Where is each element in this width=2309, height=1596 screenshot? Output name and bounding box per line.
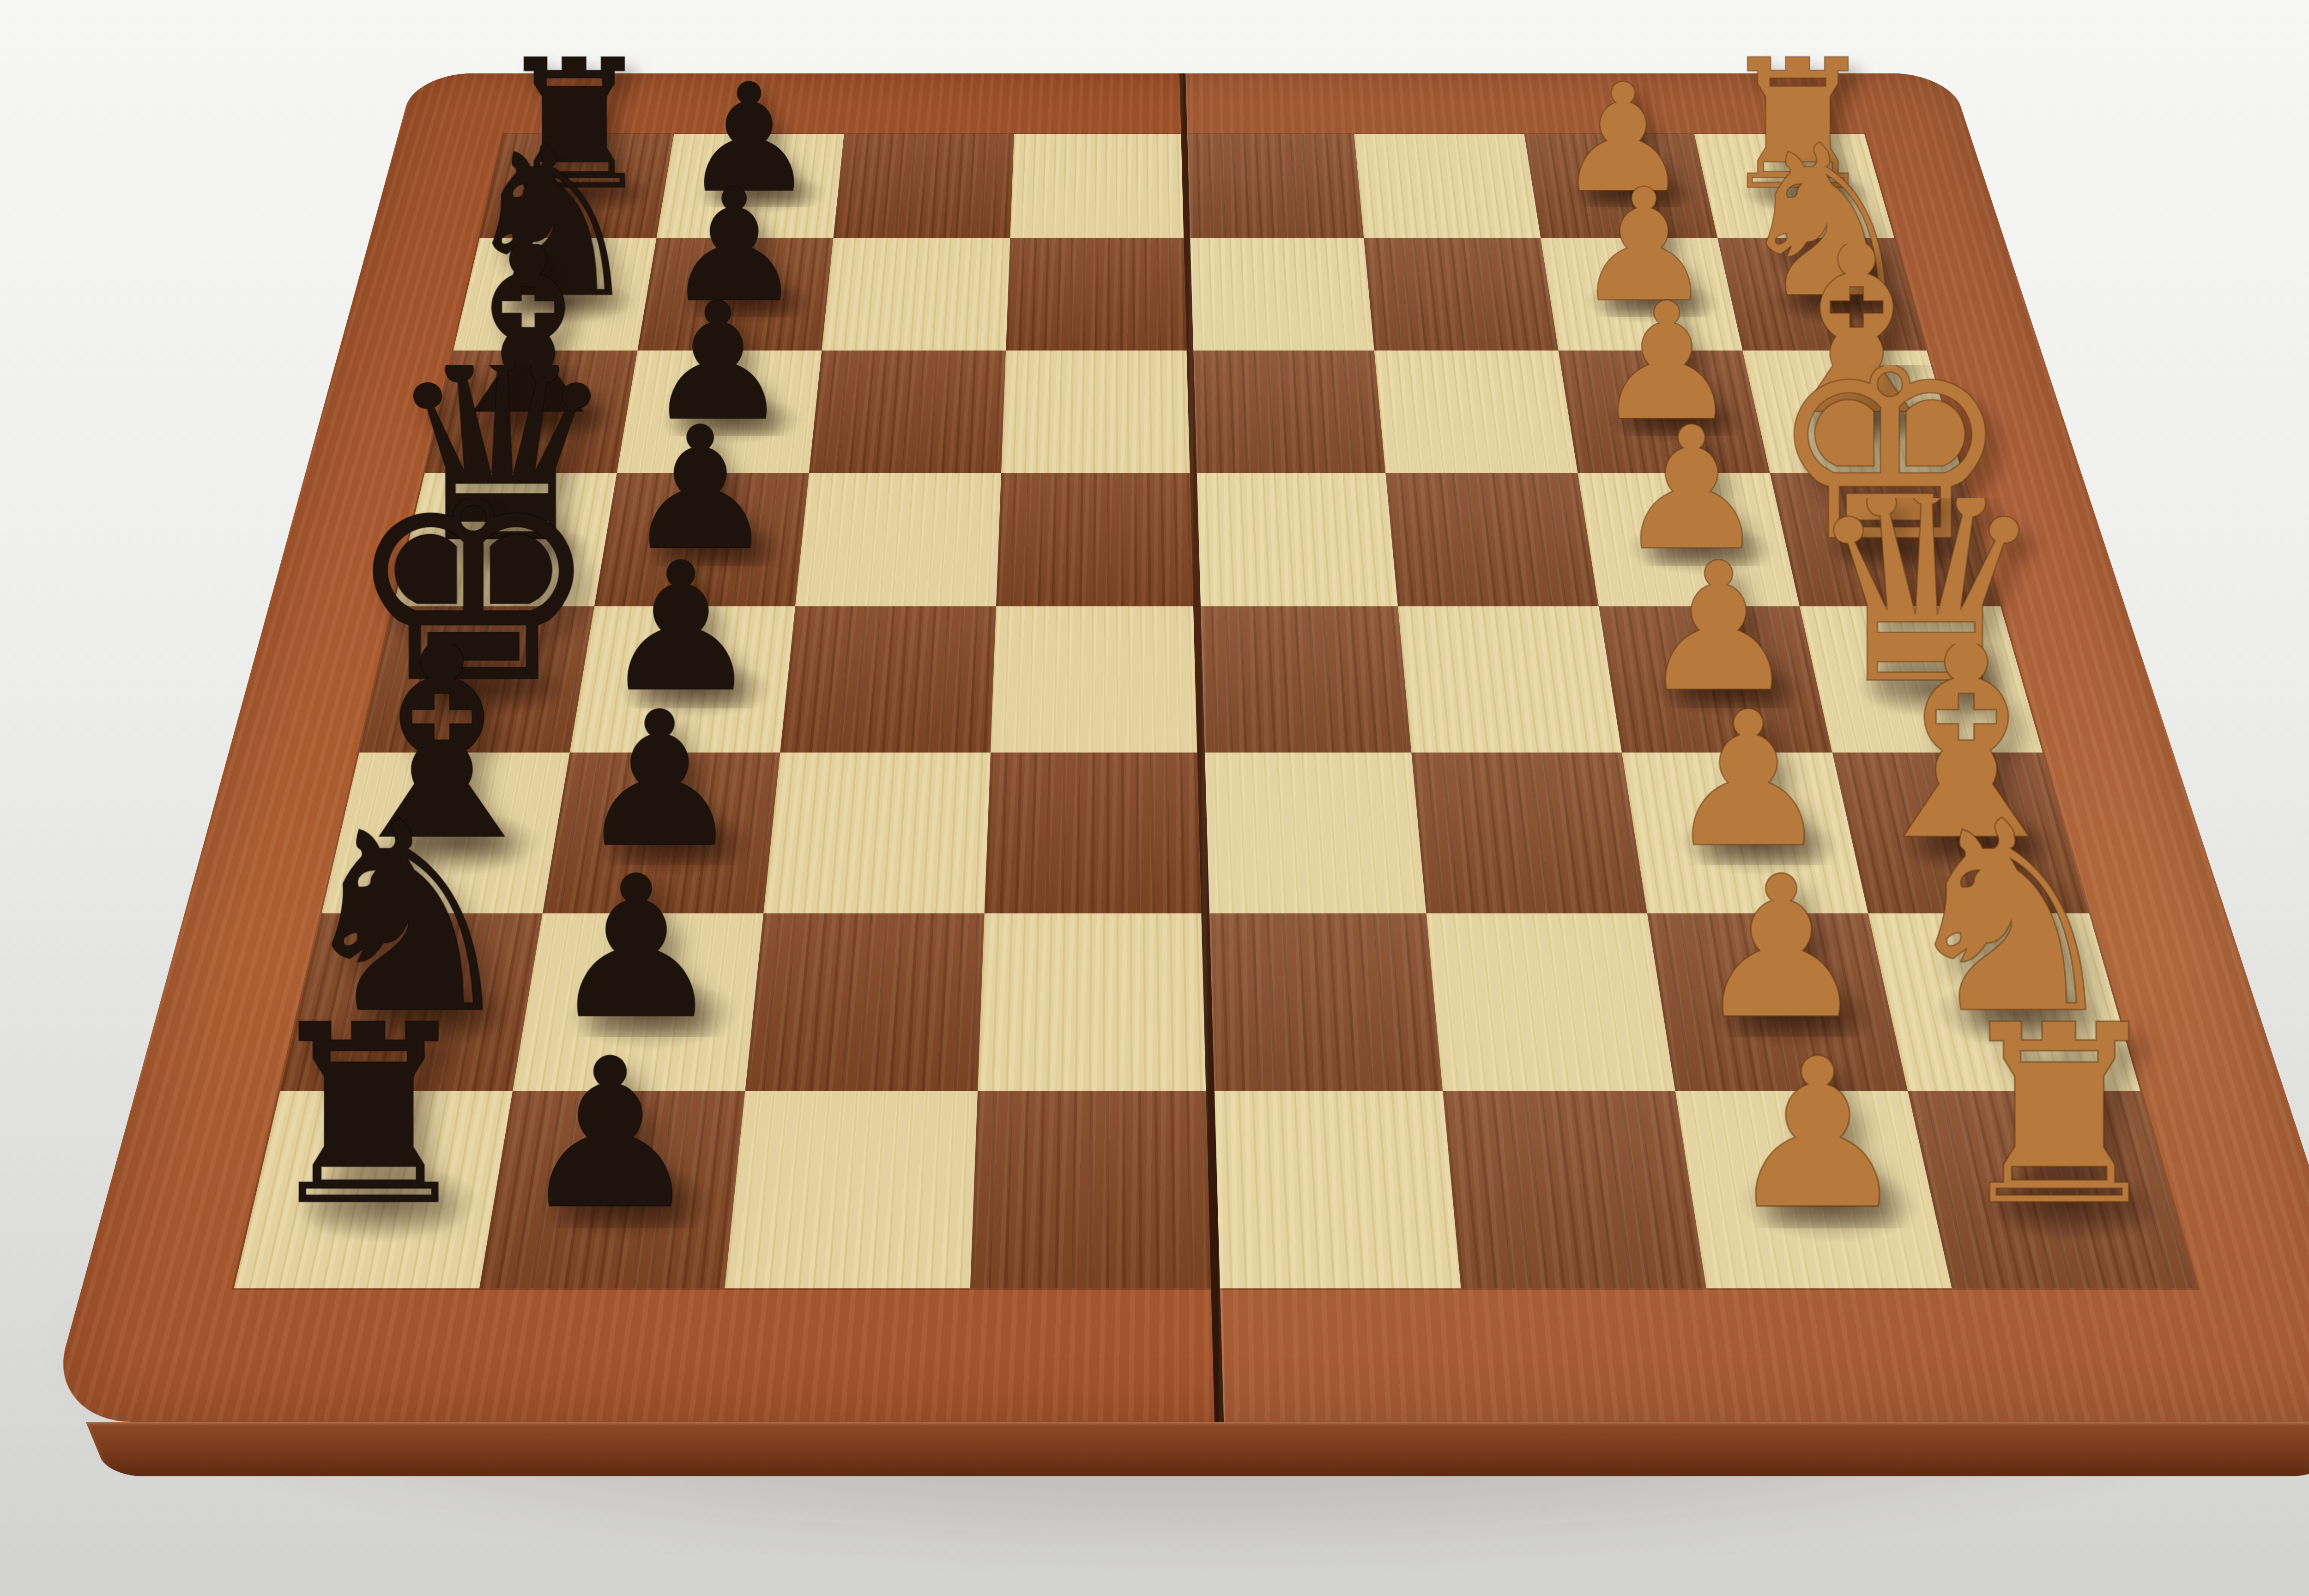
square-g4 bbox=[1187, 238, 1374, 351]
square-e4 bbox=[1193, 473, 1398, 606]
piece-contact-shadow bbox=[562, 979, 743, 1050]
piece-contact-shadow bbox=[589, 813, 762, 876]
square-g5 bbox=[1006, 238, 1190, 351]
piece-contact-shadow bbox=[1968, 1165, 2170, 1242]
photo-backdrop: ♜♟♟♜♞♟♟♞♝♟♟♝♛♟♟♚♚♟♟♛♝♟♟♝♞♟♟♞♜♟♟♜ bbox=[0, 0, 2309, 1596]
square-g3 bbox=[1364, 238, 1558, 351]
piece-contact-shadow bbox=[332, 979, 518, 1050]
square-e3 bbox=[1385, 473, 1599, 606]
square-f8 bbox=[425, 351, 638, 473]
square-g7 bbox=[637, 238, 833, 351]
board-front-edge bbox=[86, 1422, 2309, 1476]
square-e5 bbox=[996, 473, 1197, 606]
piece-contact-shadow bbox=[532, 1165, 724, 1242]
piece-contact-shadow bbox=[1850, 661, 2022, 719]
square-f6 bbox=[809, 351, 1006, 473]
square-e6 bbox=[795, 473, 1001, 606]
piece-contact-shadow bbox=[405, 661, 573, 719]
square-f4 bbox=[1190, 351, 1385, 473]
square-f5 bbox=[1001, 351, 1193, 473]
square-f3 bbox=[1374, 351, 1578, 473]
square-g6 bbox=[822, 238, 1010, 351]
square-h4 bbox=[1184, 134, 1364, 238]
square-g1 bbox=[1717, 238, 1927, 351]
piece-contact-shadow bbox=[1731, 1165, 1928, 1242]
chess-board: ♜♟♟♜♞♟♟♞♝♟♟♝♛♟♟♚♚♟♟♛♝♟♟♝♞♟♟♞♜♟♟♜ bbox=[45, 73, 2309, 1422]
square-h5 bbox=[1010, 134, 1187, 238]
square-h6 bbox=[833, 134, 1014, 238]
piece-contact-shadow bbox=[1645, 661, 1813, 719]
square-e7 bbox=[594, 473, 809, 606]
piece-contact-shadow bbox=[613, 661, 778, 719]
piece-contact-shadow bbox=[289, 1165, 486, 1242]
square-e1 bbox=[1770, 473, 2001, 606]
scene: ♜♟♟♜♞♟♟♞♝♟♟♝♛♟♟♚♚♟♟♛♝♟♟♝♞♟♟♞♜♟♟♜ bbox=[0, 0, 2309, 1596]
piece-contact-shadow bbox=[1699, 979, 1886, 1050]
square-h7 bbox=[657, 134, 844, 238]
square-f2 bbox=[1559, 351, 1770, 473]
square-g8 bbox=[453, 238, 657, 351]
square-e8 bbox=[393, 473, 617, 606]
square-g2 bbox=[1541, 238, 1742, 351]
square-f7 bbox=[617, 351, 822, 473]
piece-contact-shadow bbox=[370, 813, 547, 876]
square-h8 bbox=[480, 134, 674, 238]
square-h2 bbox=[1524, 134, 1717, 238]
square-h3 bbox=[1354, 134, 1541, 238]
square-f1 bbox=[1742, 351, 1962, 473]
square-e2 bbox=[1578, 473, 1800, 606]
square-h1 bbox=[1694, 134, 1894, 238]
piece-contact-shadow bbox=[1671, 813, 1848, 876]
piece-contact-shadow bbox=[1925, 979, 2116, 1050]
piece-contact-shadow bbox=[1886, 813, 2066, 876]
